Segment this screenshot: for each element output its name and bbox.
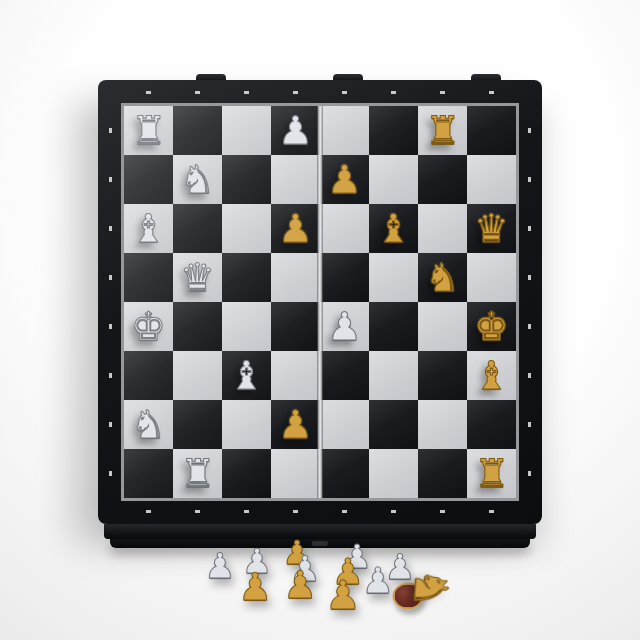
square-e7[interactable]: ♟: [320, 155, 369, 204]
piece-gold-pawn[interactable]: ♟: [278, 405, 313, 444]
square-f6[interactable]: ♝: [369, 204, 418, 253]
scene: ♜♟♜♞♟♝♟♝♛♛♞♚♟♚♝♝♞♟♜♜ ♟♟♟♟♟♟♟♟♟♟♞♟: [0, 0, 640, 640]
square-b1[interactable]: ♜: [173, 449, 222, 498]
captured-silver-pawn[interactable]: ♟: [204, 549, 235, 584]
square-a2[interactable]: ♞: [124, 400, 173, 449]
square-h2[interactable]: [467, 400, 516, 449]
square-e6[interactable]: [320, 204, 369, 253]
captured-gold-knight[interactable]: ♞: [407, 566, 456, 610]
square-c6[interactable]: [222, 204, 271, 253]
square-a8[interactable]: ♜: [124, 106, 173, 155]
piece-gold-bishop[interactable]: ♝: [474, 356, 509, 395]
square-d7[interactable]: [271, 155, 320, 204]
piece-gold-rook[interactable]: ♜: [425, 111, 460, 150]
square-b2[interactable]: [173, 400, 222, 449]
square-g5[interactable]: ♞: [418, 253, 467, 302]
square-d3[interactable]: [271, 351, 320, 400]
square-e1[interactable]: [320, 449, 369, 498]
square-g8[interactable]: ♜: [418, 106, 467, 155]
piece-gold-knight[interactable]: ♞: [425, 258, 460, 297]
square-f2[interactable]: [369, 400, 418, 449]
square-c8[interactable]: [222, 106, 271, 155]
square-b6[interactable]: [173, 204, 222, 253]
square-g2[interactable]: [418, 400, 467, 449]
piece-gold-bishop[interactable]: ♝: [376, 209, 411, 248]
square-f1[interactable]: [369, 449, 418, 498]
square-c4[interactable]: [222, 302, 271, 351]
captured-gold-pawn[interactable]: ♟: [283, 566, 317, 604]
square-a3[interactable]: [124, 351, 173, 400]
piece-silver-knight[interactable]: ♞: [131, 405, 166, 444]
square-h6[interactable]: ♛: [467, 204, 516, 253]
square-a4[interactable]: ♚: [124, 302, 173, 351]
board-side-edge: [104, 524, 536, 539]
square-d8[interactable]: ♟: [271, 106, 320, 155]
square-d6[interactable]: ♟: [271, 204, 320, 253]
frame-ticks-right: [528, 106, 531, 498]
square-a5[interactable]: [124, 253, 173, 302]
square-a1[interactable]: [124, 449, 173, 498]
square-e8[interactable]: [320, 106, 369, 155]
square-e5[interactable]: [320, 253, 369, 302]
captured-gold-pawn[interactable]: ♟: [238, 568, 272, 606]
square-f4[interactable]: [369, 302, 418, 351]
captured-silver-pawn[interactable]: ♟: [362, 563, 394, 599]
board-frame: ♜♟♜♞♟♝♟♝♛♛♞♚♟♚♝♝♞♟♜♜: [98, 80, 542, 524]
piece-silver-pawn[interactable]: ♟: [278, 111, 313, 150]
piece-silver-knight[interactable]: ♞: [180, 160, 215, 199]
piece-gold-pawn[interactable]: ♟: [327, 160, 362, 199]
piece-silver-pawn[interactable]: ♟: [327, 307, 362, 346]
square-h7[interactable]: [467, 155, 516, 204]
piece-silver-bishop[interactable]: ♝: [229, 356, 264, 395]
piece-gold-king[interactable]: ♚: [474, 307, 509, 346]
square-e3[interactable]: [320, 351, 369, 400]
square-h3[interactable]: ♝: [467, 351, 516, 400]
square-c5[interactable]: [222, 253, 271, 302]
piece-silver-queen[interactable]: ♛: [180, 258, 215, 297]
square-d2[interactable]: ♟: [271, 400, 320, 449]
square-b8[interactable]: [173, 106, 222, 155]
square-g7[interactable]: [418, 155, 467, 204]
square-d1[interactable]: [271, 449, 320, 498]
square-h8[interactable]: [467, 106, 516, 155]
square-b7[interactable]: ♞: [173, 155, 222, 204]
square-e4[interactable]: ♟: [320, 302, 369, 351]
square-a6[interactable]: ♝: [124, 204, 173, 253]
square-f5[interactable]: [369, 253, 418, 302]
piece-silver-king[interactable]: ♚: [131, 307, 166, 346]
square-e2[interactable]: [320, 400, 369, 449]
square-c3[interactable]: ♝: [222, 351, 271, 400]
piece-gold-queen[interactable]: ♛: [474, 209, 509, 248]
piece-silver-bishop[interactable]: ♝: [131, 209, 166, 248]
square-f3[interactable]: [369, 351, 418, 400]
square-g3[interactable]: [418, 351, 467, 400]
square-c1[interactable]: [222, 449, 271, 498]
square-a7[interactable]: [124, 155, 173, 204]
square-h4[interactable]: ♚: [467, 302, 516, 351]
square-c7[interactable]: [222, 155, 271, 204]
square-c2[interactable]: [222, 400, 271, 449]
piece-silver-rook[interactable]: ♜: [180, 454, 215, 493]
square-h5[interactable]: [467, 253, 516, 302]
clasp-latch: [312, 541, 328, 546]
square-d5[interactable]: [271, 253, 320, 302]
board-grid: ♜♟♜♞♟♝♟♝♛♛♞♚♟♚♝♝♞♟♜♜: [124, 106, 516, 498]
piece-silver-rook[interactable]: ♜: [131, 111, 166, 150]
piece-gold-pawn[interactable]: ♟: [278, 209, 313, 248]
square-h1[interactable]: ♜: [467, 449, 516, 498]
square-g1[interactable]: [418, 449, 467, 498]
square-f8[interactable]: [369, 106, 418, 155]
square-b3[interactable]: [173, 351, 222, 400]
square-b4[interactable]: [173, 302, 222, 351]
square-d4[interactable]: [271, 302, 320, 351]
frame-ticks-bottom: [124, 510, 516, 513]
square-f7[interactable]: [369, 155, 418, 204]
piece-gold-rook[interactable]: ♜: [474, 454, 509, 493]
frame-ticks-left: [109, 106, 112, 498]
captured-gold-pawn[interactable]: ♟: [325, 575, 361, 615]
square-b5[interactable]: ♛: [173, 253, 222, 302]
frame-ticks-top: [124, 91, 516, 94]
square-g4[interactable]: [418, 302, 467, 351]
square-g6[interactable]: [418, 204, 467, 253]
